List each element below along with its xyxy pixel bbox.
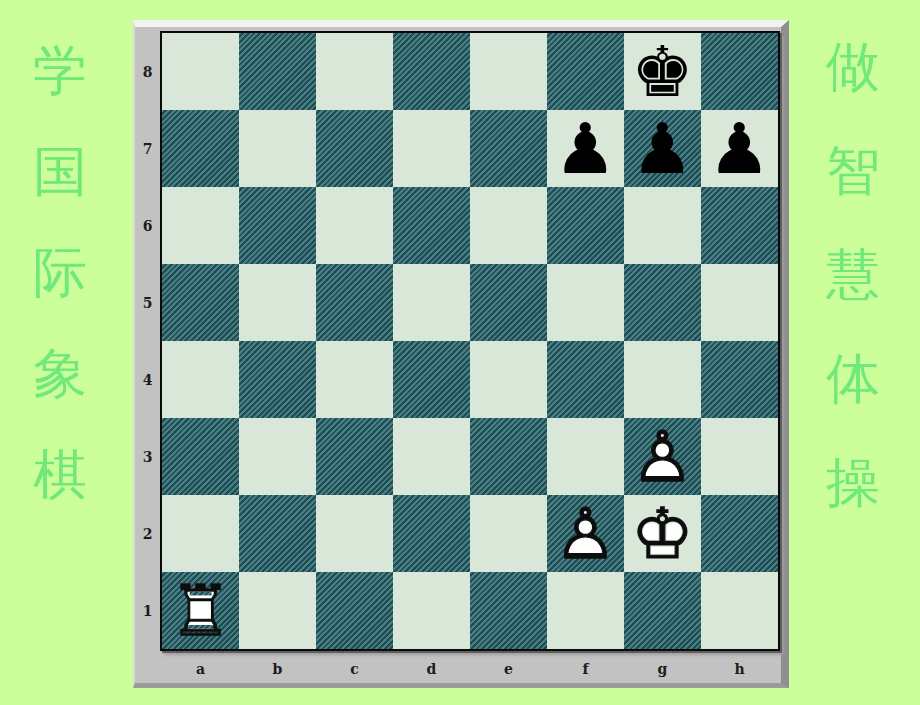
piece-white-rook: ♜♖ — [162, 572, 239, 649]
square-b2 — [239, 495, 316, 572]
square-d7 — [393, 110, 470, 187]
square-c5 — [316, 264, 393, 341]
rank-label-6: 6 — [135, 187, 160, 264]
piece-black-pawn: ♟ — [547, 110, 624, 187]
file-label-d: d — [393, 657, 470, 681]
rank-labels: 87654321 — [135, 33, 160, 649]
square-g1 — [624, 572, 701, 649]
file-label-a: a — [162, 657, 239, 681]
square-a1: ♜♖ — [162, 572, 239, 649]
square-b5 — [239, 264, 316, 341]
file-label-b: b — [239, 657, 316, 681]
square-c6 — [316, 187, 393, 264]
square-f2: ♟♙ — [547, 495, 624, 572]
decor-char-right-3: 慧 — [824, 248, 882, 302]
right-caption-column: 做 智 慧 体 操 — [824, 40, 882, 510]
square-c3 — [316, 418, 393, 495]
square-b7 — [239, 110, 316, 187]
rank-label-2: 2 — [135, 495, 160, 572]
decor-char-right-4: 体 — [824, 352, 882, 406]
square-b1 — [239, 572, 316, 649]
decor-char-right-1: 做 — [824, 40, 882, 94]
square-b6 — [239, 187, 316, 264]
square-d3 — [393, 418, 470, 495]
piece-white-king: ♚♔ — [624, 495, 701, 572]
square-c4 — [316, 341, 393, 418]
decor-char-left-3: 际 — [31, 246, 89, 300]
square-g8: ♚ — [624, 33, 701, 110]
square-e2 — [470, 495, 547, 572]
square-d6 — [393, 187, 470, 264]
square-b4 — [239, 341, 316, 418]
square-a7 — [162, 110, 239, 187]
decor-char-left-4: 象 — [31, 347, 89, 401]
piece-black-pawn: ♟ — [624, 110, 701, 187]
piece-white-pawn: ♟♙ — [624, 418, 701, 495]
decor-char-right-2: 智 — [824, 144, 882, 198]
square-a3 — [162, 418, 239, 495]
square-h4 — [701, 341, 778, 418]
file-label-c: c — [316, 657, 393, 681]
square-c2 — [316, 495, 393, 572]
decor-char-left-1: 学 — [31, 44, 89, 98]
rank-label-7: 7 — [135, 110, 160, 187]
square-g3: ♟♙ — [624, 418, 701, 495]
square-f7: ♟ — [547, 110, 624, 187]
decor-char-right-5: 操 — [824, 456, 882, 510]
square-h7: ♟ — [701, 110, 778, 187]
file-label-g: g — [624, 657, 701, 681]
square-g7: ♟ — [624, 110, 701, 187]
file-labels: abcdefgh — [162, 657, 778, 681]
chessboard-frame: 87654321 ♚♟♟♟♟♙♟♙♚♔♜♖ abcdefgh — [133, 20, 789, 688]
slide-background: 学 国 际 象 棋 87654321 ♚♟♟♟♟♙♟♙♚♔♜♖ abcdefgh… — [0, 0, 920, 705]
piece-white-pawn: ♟♙ — [547, 495, 624, 572]
square-c1 — [316, 572, 393, 649]
square-g2: ♚♔ — [624, 495, 701, 572]
rank-label-8: 8 — [135, 33, 160, 110]
square-f5 — [547, 264, 624, 341]
square-e1 — [470, 572, 547, 649]
square-h3 — [701, 418, 778, 495]
decor-char-left-5: 棋 — [31, 448, 89, 502]
square-f8 — [547, 33, 624, 110]
square-b8 — [239, 33, 316, 110]
square-f3 — [547, 418, 624, 495]
square-e8 — [470, 33, 547, 110]
square-d1 — [393, 572, 470, 649]
piece-black-king: ♚ — [624, 33, 701, 110]
file-label-f: f — [547, 657, 624, 681]
square-g4 — [624, 341, 701, 418]
square-f1 — [547, 572, 624, 649]
piece-black-pawn: ♟ — [701, 110, 778, 187]
rank-label-5: 5 — [135, 264, 160, 341]
square-a4 — [162, 341, 239, 418]
square-e3 — [470, 418, 547, 495]
square-h1 — [701, 572, 778, 649]
square-g6 — [624, 187, 701, 264]
square-h8 — [701, 33, 778, 110]
square-d8 — [393, 33, 470, 110]
chessboard: ♚♟♟♟♟♙♟♙♚♔♜♖ — [162, 33, 778, 649]
square-c7 — [316, 110, 393, 187]
file-label-e: e — [470, 657, 547, 681]
rank-label-3: 3 — [135, 418, 160, 495]
square-d5 — [393, 264, 470, 341]
square-f6 — [547, 187, 624, 264]
square-a2 — [162, 495, 239, 572]
square-h5 — [701, 264, 778, 341]
square-d4 — [393, 341, 470, 418]
decor-char-left-2: 国 — [31, 145, 89, 199]
square-f4 — [547, 341, 624, 418]
square-a6 — [162, 187, 239, 264]
square-e6 — [470, 187, 547, 264]
square-e4 — [470, 341, 547, 418]
square-h2 — [701, 495, 778, 572]
square-c8 — [316, 33, 393, 110]
square-e7 — [470, 110, 547, 187]
square-h6 — [701, 187, 778, 264]
square-b3 — [239, 418, 316, 495]
square-a5 — [162, 264, 239, 341]
rank-label-1: 1 — [135, 572, 160, 649]
square-a8 — [162, 33, 239, 110]
square-g5 — [624, 264, 701, 341]
chessboard-plate: ♚♟♟♟♟♙♟♙♚♔♜♖ — [160, 31, 780, 651]
file-label-h: h — [701, 657, 778, 681]
square-d2 — [393, 495, 470, 572]
square-e5 — [470, 264, 547, 341]
left-caption-column: 学 国 际 象 棋 — [31, 44, 89, 502]
rank-label-4: 4 — [135, 341, 160, 418]
